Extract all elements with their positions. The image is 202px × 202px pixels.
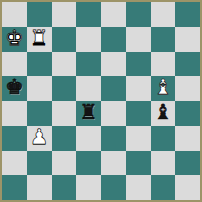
square-e6[interactable]	[101, 52, 126, 77]
square-d4[interactable]: ♜	[76, 101, 101, 126]
square-f3[interactable]	[126, 126, 151, 151]
square-d8[interactable]	[76, 2, 101, 27]
square-a2[interactable]	[2, 151, 27, 176]
white-bishop: ♝	[153, 77, 172, 98]
square-b2[interactable]	[27, 151, 52, 176]
square-b4[interactable]	[27, 101, 52, 126]
square-c6[interactable]	[52, 52, 77, 77]
square-a5[interactable]: ♚	[2, 76, 27, 101]
square-f4[interactable]	[126, 101, 151, 126]
square-e4[interactable]	[101, 101, 126, 126]
square-b8[interactable]	[27, 2, 52, 27]
square-f5[interactable]	[126, 76, 151, 101]
square-d5[interactable]	[76, 76, 101, 101]
square-h3[interactable]	[175, 126, 200, 151]
black-bishop: ♝	[153, 102, 172, 123]
square-f2[interactable]	[126, 151, 151, 176]
square-g7[interactable]	[151, 27, 176, 52]
square-e8[interactable]	[101, 2, 126, 27]
square-a8[interactable]	[2, 2, 27, 27]
square-g4[interactable]: ♝	[151, 101, 176, 126]
square-c5[interactable]	[52, 76, 77, 101]
square-f8[interactable]	[126, 2, 151, 27]
square-g5[interactable]: ♝	[151, 76, 176, 101]
square-c2[interactable]	[52, 151, 77, 176]
square-d3[interactable]	[76, 126, 101, 151]
square-h7[interactable]	[175, 27, 200, 52]
square-h5[interactable]	[175, 76, 200, 101]
square-g6[interactable]	[151, 52, 176, 77]
square-h2[interactable]	[175, 151, 200, 176]
square-e2[interactable]	[101, 151, 126, 176]
square-c7[interactable]	[52, 27, 77, 52]
square-c8[interactable]	[52, 2, 77, 27]
white-pawn: ♟	[30, 127, 49, 148]
black-king: ♚	[5, 77, 24, 98]
square-a4[interactable]	[2, 101, 27, 126]
square-b1[interactable]	[27, 175, 52, 200]
square-a6[interactable]	[2, 52, 27, 77]
square-a7[interactable]: ♚	[2, 27, 27, 52]
black-rook: ♜	[79, 102, 98, 123]
square-g3[interactable]	[151, 126, 176, 151]
square-c3[interactable]	[52, 126, 77, 151]
square-g1[interactable]	[151, 175, 176, 200]
white-king: ♚	[5, 28, 24, 49]
chess-board: ♚♜♚♝♜♝♟	[2, 2, 200, 200]
square-d2[interactable]	[76, 151, 101, 176]
square-e5[interactable]	[101, 76, 126, 101]
white-rook: ♜	[30, 28, 49, 49]
square-f1[interactable]	[126, 175, 151, 200]
square-d1[interactable]	[76, 175, 101, 200]
square-e7[interactable]	[101, 27, 126, 52]
square-b5[interactable]	[27, 76, 52, 101]
square-h6[interactable]	[175, 52, 200, 77]
chess-board-frame: ♚♜♚♝♜♝♟	[0, 0, 202, 202]
square-g8[interactable]	[151, 2, 176, 27]
square-d6[interactable]	[76, 52, 101, 77]
square-f7[interactable]	[126, 27, 151, 52]
square-b7[interactable]: ♜	[27, 27, 52, 52]
square-c4[interactable]	[52, 101, 77, 126]
square-e3[interactable]	[101, 126, 126, 151]
square-b6[interactable]	[27, 52, 52, 77]
square-e1[interactable]	[101, 175, 126, 200]
square-c1[interactable]	[52, 175, 77, 200]
square-h1[interactable]	[175, 175, 200, 200]
square-f6[interactable]	[126, 52, 151, 77]
square-h8[interactable]	[175, 2, 200, 27]
square-g2[interactable]	[151, 151, 176, 176]
square-d7[interactable]	[76, 27, 101, 52]
square-h4[interactable]	[175, 101, 200, 126]
square-b3[interactable]: ♟	[27, 126, 52, 151]
square-a3[interactable]	[2, 126, 27, 151]
square-a1[interactable]	[2, 175, 27, 200]
